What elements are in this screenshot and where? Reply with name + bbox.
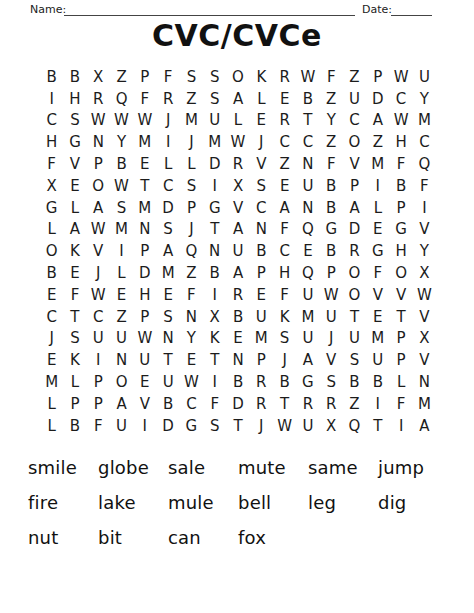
grid-cell-r9c2[interactable]: K [63,240,86,262]
grid-cell-r4c12[interactable]: C [296,131,319,153]
grid-cell-r15c11[interactable]: B [273,371,296,393]
grid-cell-r16c7[interactable]: C [180,393,203,415]
grid-cell-r14c13[interactable]: V [320,349,343,371]
word-search-grid: BBXZPFSSOKRWFZPWUIHRQFRZSALEBZUDCYCSWWWJ… [40,66,436,437]
grid-cell-r6c2[interactable]: E [63,175,86,197]
grid-cell-r6c7[interactable]: S [180,175,203,197]
grid-cell-r6c11[interactable]: E [273,175,296,197]
grid-cell-r7c15[interactable]: L [366,197,389,219]
grid-cell-r1c3[interactable]: X [87,66,110,88]
word-list-item-jump: jump [378,450,448,485]
grid-cell-r5c16[interactable]: F [389,153,412,175]
grid-cell-r1c13[interactable]: F [320,66,343,88]
grid-cell-r5c7[interactable]: L [180,153,203,175]
grid-cell-r17c12[interactable]: U [296,415,319,437]
grid-cell-r3c16[interactable]: W [389,110,412,132]
grid-cell-r3c1[interactable]: C [40,110,63,132]
grid-cell-r17c3[interactable]: F [87,415,110,437]
grid-cell-r12c14[interactable]: T [343,306,366,328]
grid-cell-r8c12[interactable]: Q [296,219,319,241]
grid-cell-r4c7[interactable]: J [180,131,203,153]
grid-cell-r1c17[interactable]: U [413,66,436,88]
grid-cell-r8c11[interactable]: F [273,219,296,241]
grid-cell-r8c16[interactable]: G [389,219,412,241]
grid-cell-r13c2[interactable]: S [63,328,86,350]
grid-cell-r2c2[interactable]: H [63,88,86,110]
grid-cell-r13c6[interactable]: N [156,328,179,350]
grid-cell-r13c5[interactable]: W [133,328,156,350]
grid-cell-r5c1[interactable]: F [40,153,63,175]
grid-cell-r5c6[interactable]: L [156,153,179,175]
grid-cell-r4c16[interactable]: H [389,131,412,153]
grid-cell-r1c2[interactable]: B [63,66,86,88]
grid-cell-r4c5[interactable]: M [133,131,156,153]
grid-cell-r15c3[interactable]: P [87,371,110,393]
grid-cell-r7c8[interactable]: G [203,197,226,219]
grid-cell-r1c1[interactable]: B [40,66,63,88]
grid-cell-r14c2[interactable]: K [63,349,86,371]
grid-cell-r7c14[interactable]: A [343,197,366,219]
grid-cell-r8c4[interactable]: M [110,219,133,241]
grid-cell-r16c5[interactable]: V [133,393,156,415]
grid-cell-r12c15[interactable]: E [366,306,389,328]
grid-cell-r4c1[interactable]: H [40,131,63,153]
grid-cell-r13c3[interactable]: U [87,328,110,350]
grid-cell-r7c11[interactable]: A [273,197,296,219]
grid-cell-r10c14[interactable]: O [343,262,366,284]
grid-cell-r4c14[interactable]: O [343,131,366,153]
grid-cell-r10c16[interactable]: O [389,262,412,284]
grid-cell-r2c1[interactable]: I [40,88,63,110]
grid-cell-r15c13[interactable]: S [320,371,343,393]
grid-cell-r3c9[interactable]: L [226,110,249,132]
grid-cell-r14c11[interactable]: J [273,349,296,371]
grid-cell-r13c7[interactable]: Y [180,328,203,350]
grid-cell-r6c10[interactable]: S [250,175,273,197]
grid-cell-r5c11[interactable]: Z [273,153,296,175]
grid-cell-r16c11[interactable]: T [273,393,296,415]
grid-cell-r12c4[interactable]: Z [110,306,133,328]
grid-cell-r11c15[interactable]: V [366,284,389,306]
grid-cell-r16c12[interactable]: R [296,393,319,415]
grid-cell-r11c9[interactable]: R [226,284,249,306]
grid-cell-r9c16[interactable]: H [389,240,412,262]
grid-cell-r13c14[interactable]: U [343,328,366,350]
grid-cell-r17c14[interactable]: Q [343,415,366,437]
grid-cell-r4c13[interactable]: Z [320,131,343,153]
grid-cell-r10c15[interactable]: F [366,262,389,284]
grid-cell-r16c10[interactable]: R [250,393,273,415]
grid-cell-r1c6[interactable]: F [156,66,179,88]
grid-cell-r16c1[interactable]: L [40,393,63,415]
word-list-item-leg: leg [308,485,378,520]
grid-cell-r2c12[interactable]: B [296,88,319,110]
grid-cell-r11c1[interactable]: E [40,284,63,306]
grid-cell-r10c2[interactable]: E [63,262,86,284]
grid-cell-r15c14[interactable]: B [343,371,366,393]
grid-cell-r8c13[interactable]: G [320,219,343,241]
grid-cell-r13c10[interactable]: M [250,328,273,350]
grid-cell-r10c12[interactable]: Q [296,262,319,284]
grid-cell-r11c2[interactable]: F [63,284,86,306]
grid-cell-r11c5[interactable]: H [133,284,156,306]
grid-cell-r6c3[interactable]: O [87,175,110,197]
grid-cell-r12c12[interactable]: M [296,306,319,328]
grid-cell-r12c2[interactable]: T [63,306,86,328]
grid-cell-r15c15[interactable]: B [366,371,389,393]
grid-cell-r2c11[interactable]: E [273,88,296,110]
grid-cell-r6c14[interactable]: P [343,175,366,197]
grid-cell-r17c11[interactable]: W [273,415,296,437]
grid-cell-r14c15[interactable]: U [366,349,389,371]
grid-cell-r5c5[interactable]: E [133,153,156,175]
grid-cell-r11c8[interactable]: I [203,284,226,306]
grid-cell-r15c16[interactable]: L [389,371,412,393]
grid-cell-r5c12[interactable]: N [296,153,319,175]
grid-cell-r12c1[interactable]: C [40,306,63,328]
grid-cell-r11c3[interactable]: W [87,284,110,306]
grid-cell-r5c4[interactable]: B [110,153,133,175]
grid-cell-r12c9[interactable]: B [226,306,249,328]
grid-cell-r15c9[interactable]: B [226,371,249,393]
grid-cell-r3c10[interactable]: E [250,110,273,132]
grid-cell-r14c14[interactable]: S [343,349,366,371]
grid-cell-r13c13[interactable]: J [320,328,343,350]
grid-cell-r15c4[interactable]: O [110,371,133,393]
grid-cell-r8c5[interactable]: N [133,219,156,241]
grid-cell-r6c5[interactable]: T [133,175,156,197]
grid-cell-r15c17[interactable]: N [413,371,436,393]
grid-cell-r8c9[interactable]: A [226,219,249,241]
grid-cell-r11c12[interactable]: U [296,284,319,306]
grid-cell-r8c1[interactable]: L [40,219,63,241]
grid-cell-r7c6[interactable]: D [156,197,179,219]
grid-cell-r3c6[interactable]: J [156,110,179,132]
grid-cell-r7c12[interactable]: N [296,197,319,219]
grid-cell-r8c10[interactable]: N [250,219,273,241]
grid-cell-r5c13[interactable]: F [320,153,343,175]
grid-cell-r8c2[interactable]: A [63,219,86,241]
grid-cell-r10c9[interactable]: A [226,262,249,284]
grid-cell-r6c9[interactable]: X [226,175,249,197]
grid-cell-r5c14[interactable]: V [343,153,366,175]
grid-cell-r17c2[interactable]: B [63,415,86,437]
grid-cell-r11c10[interactable]: E [250,284,273,306]
grid-cell-r3c17[interactable]: M [413,110,436,132]
grid-cell-r13c11[interactable]: S [273,328,296,350]
grid-cell-r7c16[interactable]: P [389,197,412,219]
grid-cell-r11c7[interactable]: F [180,284,203,306]
grid-cell-r9c1[interactable]: O [40,240,63,262]
grid-cell-r16c8[interactable]: F [203,393,226,415]
grid-cell-r6c4[interactable]: W [110,175,133,197]
grid-cell-r5c8[interactable]: D [203,153,226,175]
grid-cell-r1c9[interactable]: O [226,66,249,88]
grid-cell-r2c15[interactable]: D [366,88,389,110]
grid-cell-r6c8[interactable]: I [203,175,226,197]
grid-cell-r3c7[interactable]: M [180,110,203,132]
grid-cell-r10c6[interactable]: M [156,262,179,284]
grid-cell-r3c8[interactable]: U [203,110,226,132]
grid-cell-r12c17[interactable]: V [413,306,436,328]
grid-cell-r7c7[interactable]: P [180,197,203,219]
grid-cell-r7c2[interactable]: L [63,197,86,219]
grid-cell-r9c5[interactable]: P [133,240,156,262]
grid-cell-r7c17[interactable]: I [413,197,436,219]
grid-cell-r2c5[interactable]: F [133,88,156,110]
grid-cell-r4c17[interactable]: C [413,131,436,153]
grid-cell-r2c16[interactable]: C [389,88,412,110]
grid-cell-r3c15[interactable]: A [366,110,389,132]
grid-cell-r6c6[interactable]: C [156,175,179,197]
grid-cell-r5c15[interactable]: M [366,153,389,175]
grid-cell-r17c7[interactable]: G [180,415,203,437]
grid-cell-r11c16[interactable]: V [389,284,412,306]
grid-cell-r13c17[interactable]: X [413,328,436,350]
grid-cell-r14c10[interactable]: P [250,349,273,371]
grid-cell-r8c17[interactable]: V [413,219,436,241]
grid-cell-r4c15[interactable]: Z [366,131,389,153]
grid-cell-r3c14[interactable]: C [343,110,366,132]
grid-cell-r13c9[interactable]: E [226,328,249,350]
grid-cell-r1c8[interactable]: S [203,66,226,88]
grid-cell-r1c10[interactable]: K [250,66,273,88]
grid-cell-r10c10[interactable]: P [250,262,273,284]
grid-cell-r7c5[interactable]: M [133,197,156,219]
grid-cell-r10c17[interactable]: X [413,262,436,284]
grid-cell-r2c4[interactable]: Q [110,88,133,110]
grid-cell-r4c6[interactable]: I [156,131,179,153]
grid-cell-r9c8[interactable]: N [203,240,226,262]
grid-cell-r15c5[interactable]: E [133,371,156,393]
word-list-item-bit: bit [98,520,168,555]
grid-cell-r3c5[interactable]: W [133,110,156,132]
grid-cell-r1c15[interactable]: P [366,66,389,88]
grid-cell-r10c5[interactable]: D [133,262,156,284]
grid-cell-r10c11[interactable]: H [273,262,296,284]
name-input-line[interactable] [64,15,355,16]
word-list: smileglobesalemutesamejumpfirelakemulebe… [28,450,448,555]
grid-cell-r2c13[interactable]: Z [320,88,343,110]
grid-cell-r8c15[interactable]: E [366,219,389,241]
grid-cell-r5c2[interactable]: V [63,153,86,175]
grid-cell-r6c1[interactable]: X [40,175,63,197]
date-input-line[interactable] [391,15,432,16]
grid-cell-r2c8[interactable]: S [203,88,226,110]
grid-cell-r4c8[interactable]: M [203,131,226,153]
grid-cell-r17c9[interactable]: T [226,415,249,437]
grid-cell-r9c4[interactable]: I [110,240,133,262]
grid-cell-r17c15[interactable]: T [366,415,389,437]
grid-cell-r6c15[interactable]: I [366,175,389,197]
grid-cell-r1c12[interactable]: W [296,66,319,88]
grid-cell-r9c6[interactable]: A [156,240,179,262]
word-list-item-smile: smile [28,450,98,485]
grid-cell-r17c10[interactable]: J [250,415,273,437]
grid-cell-r3c3[interactable]: W [87,110,110,132]
grid-cell-r5c9[interactable]: R [226,153,249,175]
grid-cell-r12c7[interactable]: N [180,306,203,328]
grid-cell-r17c16[interactable]: I [389,415,412,437]
grid-cell-r13c4[interactable]: U [110,328,133,350]
grid-cell-r15c10[interactable]: R [250,371,273,393]
grid-cell-r7c4[interactable]: S [110,197,133,219]
grid-cell-r9c3[interactable]: V [87,240,110,262]
grid-cell-r8c14[interactable]: D [343,219,366,241]
grid-cell-r16c9[interactable]: D [226,393,249,415]
grid-cell-r7c1[interactable]: G [40,197,63,219]
grid-cell-r16c4[interactable]: A [110,393,133,415]
grid-cell-r12c3[interactable]: C [87,306,110,328]
grid-cell-r6c13[interactable]: B [320,175,343,197]
grid-cell-r1c14[interactable]: Z [343,66,366,88]
grid-cell-r1c4[interactable]: Z [110,66,133,88]
grid-cell-r10c3[interactable]: J [87,262,110,284]
grid-cell-r8c8[interactable]: T [203,219,226,241]
grid-cell-r2c7[interactable]: Z [180,88,203,110]
grid-cell-r14c3[interactable]: I [87,349,110,371]
grid-cell-r16c17[interactable]: M [413,393,436,415]
grid-cell-r14c4[interactable]: N [110,349,133,371]
grid-cell-r4c4[interactable]: Y [110,131,133,153]
grid-cell-r2c9[interactable]: A [226,88,249,110]
grid-cell-r9c17[interactable]: Y [413,240,436,262]
grid-cell-r10c13[interactable]: P [320,262,343,284]
grid-cell-r8c6[interactable]: S [156,219,179,241]
grid-cell-r4c10[interactable]: J [250,131,273,153]
grid-cell-r1c7[interactable]: S [180,66,203,88]
grid-cell-r11c6[interactable]: E [156,284,179,306]
grid-cell-r14c1[interactable]: E [40,349,63,371]
word-list-item-fox: fox [238,520,308,555]
word-list-item-bell: bell [238,485,308,520]
grid-cell-r17c1[interactable]: L [40,415,63,437]
grid-cell-r11c17[interactable]: W [413,284,436,306]
grid-cell-r12c10[interactable]: U [250,306,273,328]
grid-cell-r9c11[interactable]: C [273,240,296,262]
grid-cell-r12c8[interactable]: X [203,306,226,328]
grid-cell-r10c1[interactable]: B [40,262,63,284]
grid-cell-r10c8[interactable]: B [203,262,226,284]
grid-cell-r15c12[interactable]: G [296,371,319,393]
grid-cell-r17c17[interactable]: A [413,415,436,437]
grid-cell-r10c4[interactable]: L [110,262,133,284]
grid-cell-r2c10[interactable]: L [250,88,273,110]
grid-cell-r6c16[interactable]: B [389,175,412,197]
grid-cell-r13c15[interactable]: M [366,328,389,350]
grid-cell-r6c12[interactable]: U [296,175,319,197]
grid-cell-r11c4[interactable]: E [110,284,133,306]
grid-cell-r15c6[interactable]: U [156,371,179,393]
grid-cell-r7c13[interactable]: B [320,197,343,219]
grid-cell-r2c6[interactable]: R [156,88,179,110]
grid-cell-r15c2[interactable]: L [63,371,86,393]
grid-cell-r9c15[interactable]: G [366,240,389,262]
grid-cell-r15c1[interactable]: M [40,371,63,393]
grid-cell-r9c12[interactable]: E [296,240,319,262]
grid-cell-r13c8[interactable]: K [203,328,226,350]
grid-cell-r4c3[interactable]: N [87,131,110,153]
word-list-item-sale: sale [168,450,238,485]
grid-cell-r4c11[interactable]: C [273,131,296,153]
grid-cell-r3c11[interactable]: R [273,110,296,132]
grid-cell-r11c14[interactable]: O [343,284,366,306]
grid-cell-r14c12[interactable]: A [296,349,319,371]
grid-cell-r8c7[interactable]: J [180,219,203,241]
grid-cell-r7c10[interactable]: C [250,197,273,219]
grid-cell-r12c13[interactable]: U [320,306,343,328]
grid-cell-r14c16[interactable]: P [389,349,412,371]
grid-cell-r16c15[interactable]: I [366,393,389,415]
grid-cell-r10c7[interactable]: Z [180,262,203,284]
grid-cell-r14c7[interactable]: E [180,349,203,371]
grid-cell-r16c14[interactable]: Z [343,393,366,415]
grid-cell-r13c12[interactable]: U [296,328,319,350]
grid-cell-r9c7[interactable]: Q [180,240,203,262]
grid-cell-r16c16[interactable]: F [389,393,412,415]
grid-cell-r9c9[interactable]: U [226,240,249,262]
grid-cell-r17c6[interactable]: D [156,415,179,437]
grid-cell-r3c4[interactable]: W [110,110,133,132]
grid-cell-r3c12[interactable]: T [296,110,319,132]
grid-cell-r7c3[interactable]: A [87,197,110,219]
grid-cell-r5c3[interactable]: P [87,153,110,175]
grid-cell-r13c1[interactable]: J [40,328,63,350]
grid-cell-r5c10[interactable]: V [250,153,273,175]
grid-cell-r2c14[interactable]: U [343,88,366,110]
grid-cell-r12c16[interactable]: T [389,306,412,328]
grid-cell-r16c6[interactable]: B [156,393,179,415]
grid-cell-r9c14[interactable]: R [343,240,366,262]
grid-cell-r1c11[interactable]: R [273,66,296,88]
grid-cell-r14c9[interactable]: N [226,349,249,371]
grid-cell-r1c16[interactable]: W [389,66,412,88]
grid-cell-r6c17[interactable]: F [413,175,436,197]
grid-cell-r2c17[interactable]: Y [413,88,436,110]
grid-cell-r17c8[interactable]: S [203,415,226,437]
grid-cell-r16c13[interactable]: R [320,393,343,415]
grid-cell-r8c3[interactable]: W [87,219,110,241]
grid-cell-r16c2[interactable]: P [63,393,86,415]
grid-cell-r12c6[interactable]: S [156,306,179,328]
grid-cell-r3c13[interactable]: Y [320,110,343,132]
grid-cell-r15c8[interactable]: I [203,371,226,393]
grid-cell-r17c13[interactable]: X [320,415,343,437]
grid-cell-r4c9[interactable]: W [226,131,249,153]
grid-cell-r9c13[interactable]: B [320,240,343,262]
grid-cell-r17c5[interactable]: I [133,415,156,437]
grid-cell-r9c10[interactable]: B [250,240,273,262]
grid-cell-r14c17[interactable]: V [413,349,436,371]
grid-cell-r4c2[interactable]: G [63,131,86,153]
grid-cell-r1c5[interactable]: P [133,66,156,88]
grid-cell-r12c5[interactable]: P [133,306,156,328]
grid-cell-r13c16[interactable]: P [389,328,412,350]
grid-cell-r17c4[interactable]: U [110,415,133,437]
grid-cell-r3c2[interactable]: S [63,110,86,132]
grid-cell-r14c5[interactable]: U [133,349,156,371]
grid-cell-r15c7[interactable]: W [180,371,203,393]
grid-cell-r16c3[interactable]: P [87,393,110,415]
grid-cell-r12c11[interactable]: K [273,306,296,328]
grid-cell-r5c17[interactable]: Q [413,153,436,175]
grid-cell-r11c13[interactable]: W [320,284,343,306]
grid-cell-r14c8[interactable]: T [203,349,226,371]
grid-cell-r14c6[interactable]: T [156,349,179,371]
grid-cell-r7c9[interactable]: V [226,197,249,219]
grid-cell-r2c3[interactable]: R [87,88,110,110]
grid-cell-r11c11[interactable]: F [273,284,296,306]
